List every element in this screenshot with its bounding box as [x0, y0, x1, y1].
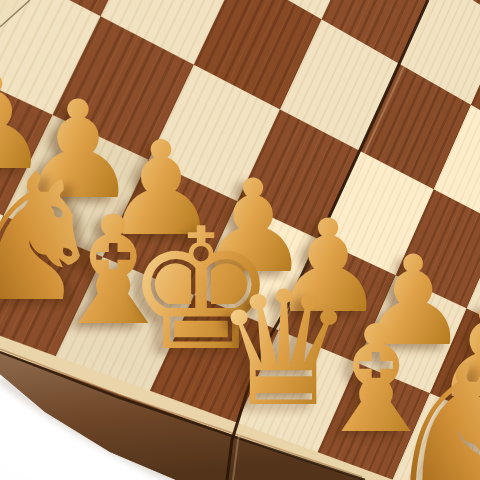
chess-photo-stage: ♟♟♟♟♟♟♟♞♝♚♛♝♞: [0, 0, 480, 480]
pieces-layer: ♟♟♟♟♟♟♟♞♝♚♛♝♞: [0, 0, 480, 480]
piece-white-knight-b1[interactable]: ♞: [382, 342, 480, 480]
